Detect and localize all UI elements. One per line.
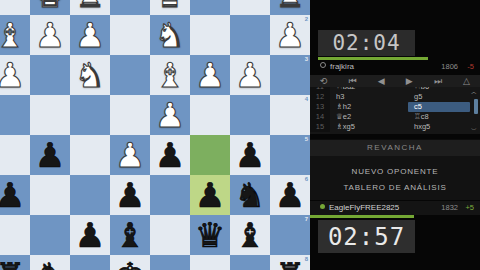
black-move[interactable]: c5 (408, 102, 470, 112)
square-h8[interactable]: ♜ (0, 255, 30, 270)
square-b3[interactable]: ♟ (230, 55, 270, 95)
piece-white-P-b3: ♟ (230, 55, 270, 95)
piece-black-P-g5: ♟ (30, 135, 70, 175)
square-g2[interactable]: ♟ (30, 15, 70, 55)
analysis-board-button[interactable]: TABLERO DE ANÁLISIS (310, 183, 480, 192)
square-c1[interactable] (190, 0, 230, 15)
opponent-rating-diff: -5 (467, 60, 474, 73)
new-opponent-button[interactable]: NUEVO OPONENTE (310, 167, 480, 176)
move-navigation-toolbar: ⟲⏮◀▶⏭△ (310, 75, 480, 87)
square-f8[interactable] (70, 255, 110, 270)
square-e7[interactable]: ♝ (110, 215, 150, 255)
square-f5[interactable] (70, 135, 110, 175)
square-d7[interactable] (150, 215, 190, 255)
square-g3[interactable] (30, 55, 70, 95)
square-f6[interactable] (70, 175, 110, 215)
square-h6[interactable]: ♟ (0, 175, 30, 215)
square-d4[interactable]: ♟ (150, 95, 190, 135)
analysis-icon[interactable]: △ (463, 75, 470, 87)
last-move-icon[interactable]: ⏭ (434, 75, 442, 87)
opponent-name[interactable]: frajkira (330, 62, 354, 71)
square-f1[interactable]: ♜ (70, 0, 110, 15)
square-a6[interactable]: ♟6 (270, 175, 310, 215)
player-name[interactable]: EagleFlyFREE2825 (329, 203, 399, 212)
square-e3[interactable] (110, 55, 150, 95)
white-move[interactable]: h3 (330, 92, 408, 102)
rank-coordinate-2: 2 (305, 16, 308, 22)
move-list-scrollbar[interactable] (474, 99, 478, 114)
square-g4[interactable] (30, 95, 70, 135)
scroll-down-icon[interactable]: ﹀ (471, 127, 477, 133)
piece-black-P-e6: ♟ (110, 175, 150, 215)
player-clock: 02:57 (318, 220, 415, 253)
black-move[interactable]: g5 (408, 92, 470, 102)
move-number: 12 (310, 92, 330, 102)
square-a1[interactable]: ♜1 (270, 0, 310, 15)
piece-black-P-d5: ♟ (150, 135, 190, 175)
white-move[interactable]: ♕e2 (330, 112, 408, 122)
flip-board-icon[interactable]: ⟲ (320, 75, 328, 87)
square-e1[interactable] (110, 0, 150, 15)
square-f7[interactable]: ♟ (70, 215, 110, 255)
square-c3[interactable]: ♟ (190, 55, 230, 95)
square-b8[interactable] (230, 255, 270, 270)
piece-white-P-c3: ♟ (190, 55, 230, 95)
piece-white-N-f3: ♞ (70, 55, 110, 95)
move-row-14: 14♕e2♖c8 (310, 112, 480, 122)
square-c5[interactable] (190, 135, 230, 175)
square-a5[interactable]: 5 (270, 135, 310, 175)
offline-status-icon (320, 62, 326, 68)
square-b4[interactable] (230, 95, 270, 135)
square-d5[interactable]: ♟ (150, 135, 190, 175)
square-a3[interactable]: 3 (270, 55, 310, 95)
piece-black-Q-c7: ♛ (190, 215, 230, 255)
first-move-icon[interactable]: ⏮ (349, 75, 357, 87)
square-g7[interactable] (30, 215, 70, 255)
square-b7[interactable]: ♝ (230, 215, 270, 255)
piece-black-P-f7: ♟ (70, 215, 110, 255)
game-sidebar: 02:04 frajkira 1806 -5 ⟲⏮◀▶⏭△ 11♘bd2♘b61… (310, 0, 480, 270)
chess-board: ♚♜♛♜1♝♟♟♞♟2♟♞♝♟♟3♟4♟♟♟♟5♟♟♟♞♟6♟♝♛♝7♜♞♚♜8 (0, 0, 310, 270)
piece-white-P-h3: ♟ (0, 55, 30, 95)
piece-black-P-b5: ♟ (230, 135, 270, 175)
square-h7[interactable] (0, 215, 30, 255)
square-c4[interactable] (190, 95, 230, 135)
scroll-up-icon[interactable]: ︿ (471, 89, 477, 95)
square-c7[interactable]: ♛ (190, 215, 230, 255)
square-g6[interactable] (30, 175, 70, 215)
piece-white-B-d3: ♝ (150, 55, 190, 95)
square-h3[interactable]: ♟ (0, 55, 30, 95)
square-h2[interactable]: ♝ (0, 15, 30, 55)
rank-coordinate-8: 8 (305, 256, 308, 262)
square-h4[interactable] (0, 95, 30, 135)
opponent-clock: 02:04 (318, 30, 415, 56)
piece-black-N-b6: ♞ (230, 175, 270, 215)
square-a7[interactable]: 7 (270, 215, 310, 255)
square-b2[interactable] (230, 15, 270, 55)
rank-coordinate-4: 4 (305, 96, 308, 102)
move-row-15: 15♗xg5hxg5 (310, 122, 480, 132)
square-e4[interactable] (110, 95, 150, 135)
square-e5[interactable]: ♟ (110, 135, 150, 175)
square-a8[interactable]: ♜8 (270, 255, 310, 270)
piece-white-K-g1: ♚ (30, 0, 70, 15)
piece-black-K-e8: ♚ (110, 255, 150, 270)
square-a4[interactable]: 4 (270, 95, 310, 135)
chess-board-viewport: ♚♜♛♜1♝♟♟♞♟2♟♞♝♟♟3♟4♟♟♟♟5♟♟♟♞♟6♟♝♛♝7♜♞♚♜8 (0, 0, 310, 270)
lichess-game-screen: ♚♜♛♜1♝♟♟♞♟2♟♞♝♟♟3♟4♟♟♟♟5♟♟♟♞♟6♟♝♛♝7♜♞♚♜8… (0, 0, 480, 270)
square-d6[interactable] (150, 175, 190, 215)
piece-white-R-f1: ♜ (70, 0, 110, 15)
square-e8[interactable]: ♚ (110, 255, 150, 270)
piece-black-R-h8: ♜ (0, 255, 30, 270)
piece-white-P-e5: ♟ (110, 135, 150, 175)
move-row-13: 13♗h2c5 (310, 102, 480, 112)
square-a2[interactable]: ♟2 (270, 15, 310, 55)
piece-white-P-f2: ♟ (70, 15, 110, 55)
square-g1[interactable]: ♚ (30, 0, 70, 15)
rank-coordinate-6: 6 (305, 176, 308, 182)
square-d3[interactable]: ♝ (150, 55, 190, 95)
black-move[interactable]: ♖c8 (408, 112, 470, 122)
piece-white-Q-d1: ♛ (150, 0, 190, 15)
player-rating-diff: +5 (465, 201, 474, 215)
piece-black-P-h6: ♟ (0, 175, 30, 215)
opponent-player-row: frajkira 1806 -5 (310, 60, 480, 73)
postgame-buttons-zone (310, 156, 480, 200)
previous-move-icon[interactable]: ◀ (378, 75, 385, 87)
player-row: EagleFlyFREE2825 1832 +5 (310, 201, 480, 215)
square-b1[interactable] (230, 0, 270, 15)
move-number: 13 (310, 102, 330, 112)
next-move-icon[interactable]: ▶ (406, 75, 413, 87)
piece-white-P-g2: ♟ (30, 15, 70, 55)
black-move[interactable]: hxg5 (408, 122, 470, 132)
piece-black-P-c6: ♟ (190, 175, 230, 215)
player-rating: 1832 (441, 201, 458, 215)
square-g8[interactable]: ♞ (30, 255, 70, 270)
piece-black-N-g8: ♞ (30, 255, 70, 270)
move-number: 15 (310, 122, 330, 132)
square-d2[interactable]: ♞ (150, 15, 190, 55)
rank-coordinate-5: 5 (305, 136, 308, 142)
square-c8[interactable] (190, 255, 230, 270)
square-d1[interactable]: ♛ (150, 0, 190, 15)
white-move[interactable]: ♗xg5 (330, 122, 408, 132)
move-number: 14 (310, 112, 330, 122)
piece-black-B-b7: ♝ (230, 215, 270, 255)
square-d8[interactable] (150, 255, 190, 270)
move-row-12: 12h3g5 (310, 92, 480, 102)
rematch-button[interactable]: REVANCHA (310, 139, 480, 157)
piece-white-P-d4: ♟ (150, 95, 190, 135)
piece-white-R-a1: ♜ (270, 0, 310, 15)
online-status-icon (320, 204, 325, 209)
square-e2[interactable] (110, 15, 150, 55)
square-g5[interactable]: ♟ (30, 135, 70, 175)
square-b5[interactable]: ♟ (230, 135, 270, 175)
square-h5[interactable] (0, 135, 30, 175)
square-e6[interactable]: ♟ (110, 175, 150, 215)
piece-white-B-h2: ♝ (0, 15, 30, 55)
player-clock-bar (310, 215, 414, 218)
square-f2[interactable]: ♟ (70, 15, 110, 55)
piece-black-B-e7: ♝ (110, 215, 150, 255)
square-b6[interactable]: ♞ (230, 175, 270, 215)
white-move[interactable]: ♗h2 (330, 102, 408, 112)
square-f4[interactable] (70, 95, 110, 135)
square-c6[interactable]: ♟ (190, 175, 230, 215)
square-f3[interactable]: ♞ (70, 55, 110, 95)
move-list[interactable]: 11♘bd2♘b612h3g513♗h2c514♕e2♖c815♗xg5hxg5 (310, 87, 480, 134)
square-c2[interactable] (190, 15, 230, 55)
piece-white-N-d2: ♞ (150, 15, 190, 55)
square-h1[interactable] (0, 0, 30, 15)
rank-coordinate-7: 7 (305, 216, 308, 222)
rank-coordinate-3: 3 (305, 56, 308, 62)
opponent-rating: 1806 (441, 60, 458, 73)
